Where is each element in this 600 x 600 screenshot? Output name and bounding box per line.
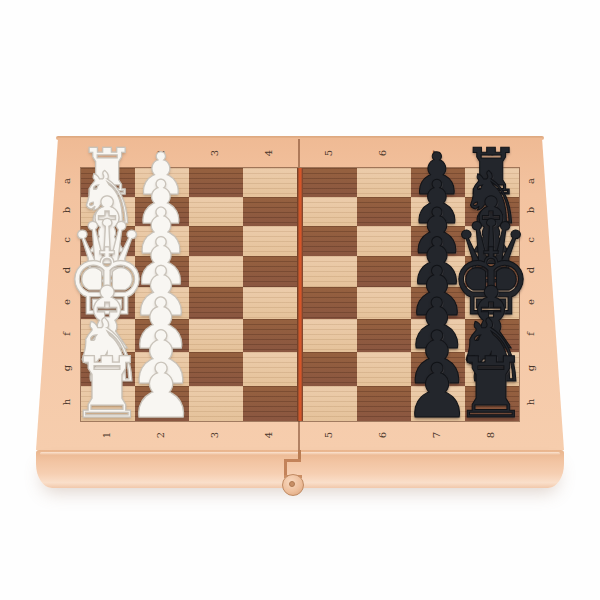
rank-label-bottom-2-text: 2: [156, 432, 166, 438]
square-g7: [411, 352, 465, 386]
square-b5: [303, 197, 357, 226]
square-f7: [411, 319, 465, 352]
square-g1: [81, 352, 135, 386]
square-h7: [411, 386, 465, 421]
file-label-right-e-text: e: [526, 299, 536, 305]
squares-grid: [80, 167, 520, 422]
rank-label-top-1-text: 1: [102, 150, 112, 156]
square-h4: [243, 386, 297, 421]
rank-label-top-7-text: 7: [432, 150, 442, 156]
square-h3: [189, 386, 243, 421]
rivet-hole: [289, 481, 295, 487]
square-a2: [135, 168, 189, 197]
rank-label-top-8-text: 8: [486, 150, 496, 156]
rank-label-bottom-3-text: 3: [210, 432, 220, 438]
square-d3: [189, 256, 243, 287]
file-label-right-f-text: f: [526, 332, 536, 336]
square-h8: [465, 386, 519, 421]
square-d7: [411, 256, 465, 287]
rank-label-bottom-5-text: 5: [324, 432, 334, 438]
square-h6: [357, 386, 411, 421]
square-a5: [303, 168, 357, 197]
file-label-right-g-text: g: [526, 365, 536, 371]
hinge-seam-bottom: [298, 420, 300, 451]
square-c4: [243, 226, 297, 256]
square-e4: [243, 287, 297, 319]
rank-label-top-6-text: 6: [378, 150, 388, 156]
square-e7: [411, 287, 465, 319]
square-f5: [303, 319, 357, 352]
square-e1: [81, 287, 135, 319]
square-c6: [357, 226, 411, 256]
file-label-right-c-text: c: [526, 237, 536, 243]
rank-label-bottom-8-text: 8: [486, 432, 496, 438]
file-label-left-b-text: b: [62, 207, 72, 213]
rank-label-top-5-text: 5: [324, 150, 334, 156]
file-label-left-e-text: e: [62, 299, 72, 305]
square-e5: [303, 287, 357, 319]
square-e6: [357, 287, 411, 319]
rank-label-bottom-7-text: 7: [432, 432, 442, 438]
square-a1: [81, 168, 135, 197]
square-f4: [243, 319, 297, 352]
square-d1: [81, 256, 135, 287]
file-label-right-b-text: b: [526, 207, 536, 213]
square-d8: [465, 256, 519, 287]
square-b3: [189, 197, 243, 226]
product-photo: 1122334455667788aabbccddeeffgghh ♜♟♟♜♞♟♟…: [0, 0, 600, 600]
square-h1: [81, 386, 135, 421]
square-g3: [189, 352, 243, 386]
square-b4: [243, 197, 297, 226]
square-c3: [189, 226, 243, 256]
file-label-left-g-text: g: [62, 365, 72, 371]
file-label-left-d-text: d: [62, 267, 72, 273]
square-e8: [465, 287, 519, 319]
hinge-rivet: [282, 474, 304, 496]
square-g4: [243, 352, 297, 386]
file-label-left-a-text: a: [62, 178, 72, 184]
square-e2: [135, 287, 189, 319]
file-label-left-h-text: h: [62, 399, 72, 405]
hinge-seam-top: [298, 139, 300, 167]
rank-label-top-3-text: 3: [210, 150, 220, 156]
square-c1: [81, 226, 135, 256]
square-f2: [135, 319, 189, 352]
rank-label-top-4-text: 4: [264, 150, 274, 156]
rank-label-bottom-4-text: 4: [264, 432, 274, 438]
square-a7: [411, 168, 465, 197]
square-d2: [135, 256, 189, 287]
square-h5: [303, 386, 357, 421]
square-h2: [135, 386, 189, 421]
square-a3: [189, 168, 243, 197]
square-a8: [465, 168, 519, 197]
square-c7: [411, 226, 465, 256]
square-b8: [465, 197, 519, 226]
square-c2: [135, 226, 189, 256]
square-f3: [189, 319, 243, 352]
square-f8: [465, 319, 519, 352]
square-c5: [303, 226, 357, 256]
file-label-right-d-text: d: [526, 267, 536, 273]
square-f6: [357, 319, 411, 352]
file-label-left-f-text: f: [62, 332, 72, 336]
file-label-right-h-text: h: [526, 399, 536, 405]
square-g6: [357, 352, 411, 386]
square-a4: [243, 168, 297, 197]
square-c8: [465, 226, 519, 256]
square-g5: [303, 352, 357, 386]
square-b2: [135, 197, 189, 226]
square-d4: [243, 256, 297, 287]
square-e3: [189, 287, 243, 319]
square-b6: [357, 197, 411, 226]
file-label-right-a-text: a: [526, 178, 536, 184]
square-g2: [135, 352, 189, 386]
square-b1: [81, 197, 135, 226]
square-b7: [411, 197, 465, 226]
file-label-left-c-text: c: [62, 237, 72, 243]
rank-label-bottom-1-text: 1: [102, 432, 112, 438]
square-g8: [465, 352, 519, 386]
square-d6: [357, 256, 411, 287]
square-d5: [303, 256, 357, 287]
square-f1: [81, 319, 135, 352]
rank-label-bottom-6-text: 6: [378, 432, 388, 438]
square-a6: [357, 168, 411, 197]
rank-label-top-2-text: 2: [156, 150, 166, 156]
